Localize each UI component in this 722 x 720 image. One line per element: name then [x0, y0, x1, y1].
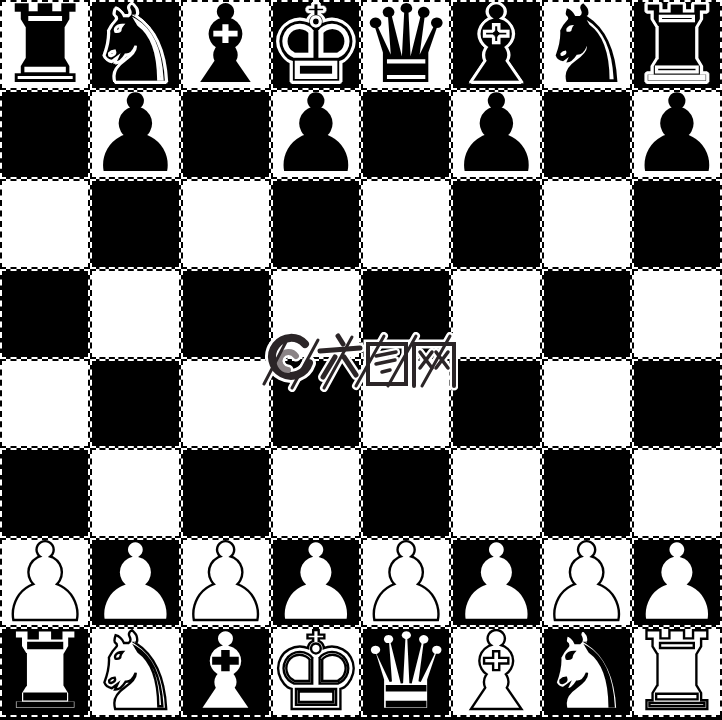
square-b3[interactable]: [90, 448, 180, 538]
square-e7[interactable]: [361, 90, 451, 180]
square-c3[interactable]: [181, 448, 271, 538]
square-c5[interactable]: [181, 269, 271, 359]
square-b5[interactable]: [90, 269, 180, 359]
white-king: ♚: [271, 627, 361, 717]
square-h3[interactable]: [632, 448, 722, 538]
white-pawn: ♟: [542, 538, 632, 628]
square-a5[interactable]: [0, 269, 90, 359]
square-e6[interactable]: [361, 179, 451, 269]
square-b4[interactable]: [90, 359, 180, 449]
square-d3[interactable]: [271, 448, 361, 538]
black-knight: ♞: [542, 0, 632, 90]
square-c6[interactable]: [181, 179, 271, 269]
square-h7[interactable]: ♟: [632, 90, 722, 180]
square-d1[interactable]: ♚: [271, 627, 361, 717]
square-b1[interactable]: ♞: [90, 627, 180, 717]
square-d8[interactable]: ♚: [271, 0, 361, 90]
white-pawn: ♟: [451, 538, 541, 628]
square-h5[interactable]: [632, 269, 722, 359]
square-e5[interactable]: [361, 269, 451, 359]
chess-board: ♜♞♝♚♛♝♞♜♟♟♟♟♟♟♟♟♟♟♟♟♜♞♝♚♛♝♞♜: [0, 0, 722, 720]
square-c8[interactable]: ♝: [181, 0, 271, 90]
square-f8[interactable]: ♝: [451, 0, 541, 90]
square-f3[interactable]: [451, 448, 541, 538]
white-pawn: ♟: [361, 538, 451, 628]
white-knight: ♞: [90, 627, 180, 717]
white-rook: ♜: [632, 627, 722, 717]
square-h1[interactable]: ♜: [632, 627, 722, 717]
square-g1[interactable]: ♞: [542, 627, 632, 717]
square-b2[interactable]: ♟: [90, 538, 180, 628]
square-d5[interactable]: [271, 269, 361, 359]
square-g6[interactable]: [542, 179, 632, 269]
square-g2[interactable]: ♟: [542, 538, 632, 628]
black-pawn: ♟: [451, 90, 541, 180]
square-g8[interactable]: ♞: [542, 0, 632, 90]
black-bishop: ♝: [451, 0, 541, 90]
square-d7[interactable]: ♟: [271, 90, 361, 180]
square-g7[interactable]: [542, 90, 632, 180]
square-c1[interactable]: ♝: [181, 627, 271, 717]
black-knight: ♞: [90, 0, 180, 90]
square-a8[interactable]: ♜: [0, 0, 90, 90]
square-f1[interactable]: ♝: [451, 627, 541, 717]
square-h2[interactable]: ♟: [632, 538, 722, 628]
square-f2[interactable]: ♟: [451, 538, 541, 628]
square-h6[interactable]: [632, 179, 722, 269]
square-g3[interactable]: [542, 448, 632, 538]
white-pawn: ♟: [181, 538, 271, 628]
black-rook: ♜: [632, 0, 722, 90]
white-pawn: ♟: [632, 538, 722, 628]
square-g5[interactable]: [542, 269, 632, 359]
white-queen: ♛: [361, 627, 451, 717]
square-a2[interactable]: ♟: [0, 538, 90, 628]
black-pawn: ♟: [271, 90, 361, 180]
white-knight: ♞: [542, 627, 632, 717]
black-queen: ♛: [361, 0, 451, 90]
square-b6[interactable]: [90, 179, 180, 269]
black-pawn: ♟: [90, 90, 180, 180]
square-d4[interactable]: [271, 359, 361, 449]
square-e2[interactable]: ♟: [361, 538, 451, 628]
black-pawn: ♟: [632, 90, 722, 180]
square-d2[interactable]: ♟: [271, 538, 361, 628]
square-b7[interactable]: ♟: [90, 90, 180, 180]
square-e1[interactable]: ♛: [361, 627, 451, 717]
square-a1[interactable]: ♜: [0, 627, 90, 717]
white-pawn: ♟: [0, 538, 90, 628]
white-pawn: ♟: [90, 538, 180, 628]
square-h4[interactable]: [632, 359, 722, 449]
square-d6[interactable]: [271, 179, 361, 269]
square-f6[interactable]: [451, 179, 541, 269]
white-pawn: ♟: [271, 538, 361, 628]
chessboard-image: ♜♞♝♚♛♝♞♜♟♟♟♟♟♟♟♟♟♟♟♟♜♞♝♚♛♝♞♜ 六图网: [0, 0, 722, 720]
square-g4[interactable]: [542, 359, 632, 449]
square-a6[interactable]: [0, 179, 90, 269]
square-c2[interactable]: ♟: [181, 538, 271, 628]
square-b8[interactable]: ♞: [90, 0, 180, 90]
square-e8[interactable]: ♛: [361, 0, 451, 90]
square-a7[interactable]: [0, 90, 90, 180]
square-f5[interactable]: [451, 269, 541, 359]
square-f4[interactable]: [451, 359, 541, 449]
square-f7[interactable]: ♟: [451, 90, 541, 180]
square-c7[interactable]: [181, 90, 271, 180]
black-king: ♚: [271, 0, 361, 90]
white-bishop: ♝: [181, 627, 271, 717]
black-rook: ♜: [0, 0, 90, 90]
square-a4[interactable]: [0, 359, 90, 449]
square-e4[interactable]: [361, 359, 451, 449]
square-c4[interactable]: [181, 359, 271, 449]
square-e3[interactable]: [361, 448, 451, 538]
white-bishop: ♝: [451, 627, 541, 717]
black-bishop: ♝: [181, 0, 271, 90]
square-h8[interactable]: ♜: [632, 0, 722, 90]
square-a3[interactable]: [0, 448, 90, 538]
white-rook: ♜: [0, 627, 90, 717]
